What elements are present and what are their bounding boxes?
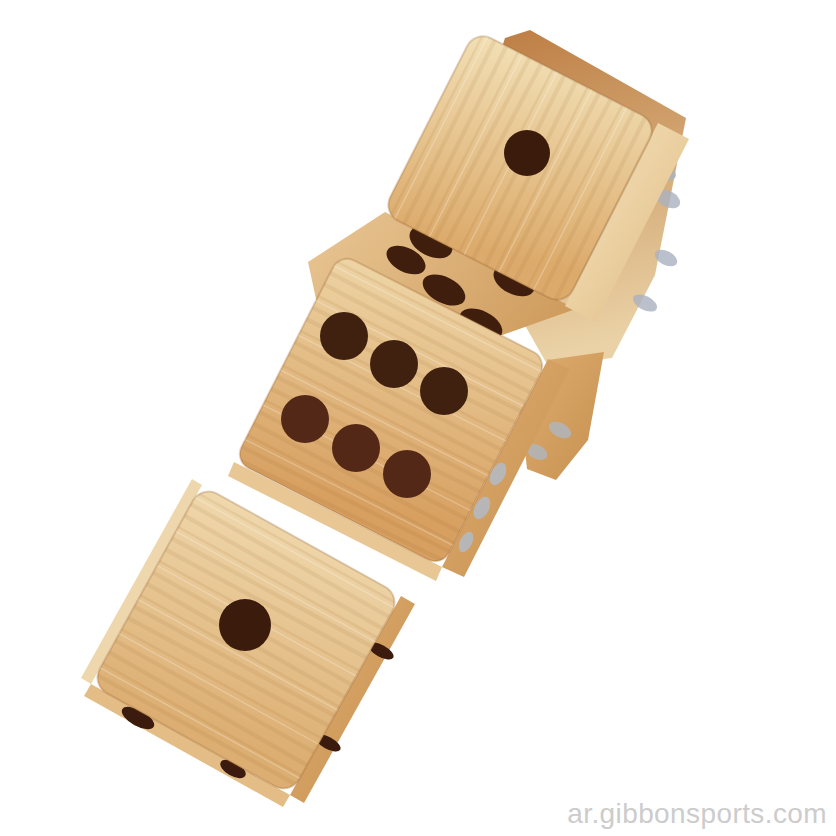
middle-die-pip — [332, 424, 380, 472]
watermark-text: ar.gibbonsports.com — [0, 799, 827, 830]
middle-die-pip — [320, 312, 368, 360]
middle-die-pip — [281, 395, 329, 443]
product-photo-scene — [0, 0, 836, 836]
middle-die-pip — [370, 340, 418, 388]
top-die-pip — [504, 130, 550, 176]
middle-die-pip — [420, 367, 468, 415]
product-photo: ar.gibbonsports.com — [0, 0, 836, 836]
middle-die-pip — [383, 450, 431, 498]
bottom-die-pip — [219, 599, 271, 651]
